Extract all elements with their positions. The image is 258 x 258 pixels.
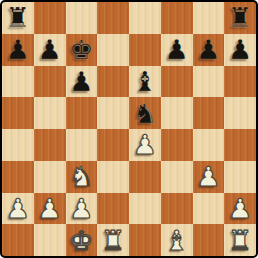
- square-g4[interactable]: [193, 129, 225, 161]
- square-g8[interactable]: [193, 2, 225, 34]
- square-g3[interactable]: ♟: [193, 161, 225, 193]
- square-g6[interactable]: [193, 66, 225, 98]
- piece-black-rook[interactable]: ♜: [228, 4, 252, 31]
- square-b8[interactable]: [34, 2, 66, 34]
- piece-white-knight[interactable]: ♞: [69, 163, 93, 190]
- square-f4[interactable]: [161, 129, 193, 161]
- square-c5[interactable]: [66, 97, 98, 129]
- square-f1[interactable]: ♝: [161, 224, 193, 256]
- square-b3[interactable]: [34, 161, 66, 193]
- square-a6[interactable]: [2, 66, 34, 98]
- square-b1[interactable]: [34, 224, 66, 256]
- square-a7[interactable]: ♟: [2, 34, 34, 66]
- piece-white-king[interactable]: ♚: [69, 227, 93, 254]
- square-e7[interactable]: [129, 34, 161, 66]
- square-e6[interactable]: ♝: [129, 66, 161, 98]
- square-c8[interactable]: [66, 2, 98, 34]
- square-h5[interactable]: [224, 97, 256, 129]
- square-h1[interactable]: ♜: [224, 224, 256, 256]
- square-f6[interactable]: [161, 66, 193, 98]
- piece-black-pawn[interactable]: ♟: [38, 36, 62, 63]
- piece-black-rook[interactable]: ♜: [6, 4, 30, 31]
- square-f2[interactable]: [161, 193, 193, 225]
- piece-black-pawn[interactable]: ♟: [196, 36, 220, 63]
- square-c6[interactable]: ♟: [66, 66, 98, 98]
- piece-black-king[interactable]: ♚: [69, 36, 93, 63]
- piece-black-pawn[interactable]: ♟: [165, 36, 189, 63]
- square-h6[interactable]: [224, 66, 256, 98]
- square-a3[interactable]: [2, 161, 34, 193]
- square-e4[interactable]: ♟: [129, 129, 161, 161]
- square-b2[interactable]: ♟: [34, 193, 66, 225]
- piece-black-pawn[interactable]: ♟: [69, 68, 93, 95]
- square-a8[interactable]: ♜: [2, 2, 34, 34]
- square-d7[interactable]: [97, 34, 129, 66]
- square-h7[interactable]: ♟: [224, 34, 256, 66]
- piece-white-pawn[interactable]: ♟: [228, 195, 252, 222]
- square-g7[interactable]: ♟: [193, 34, 225, 66]
- square-e8[interactable]: [129, 2, 161, 34]
- chess-board-frame: ♜♜♟♟♚♟♟♟♟♝♞♟♞♟♟♟♟♟♚♜♝♜: [0, 0, 258, 258]
- piece-white-rook[interactable]: ♜: [228, 227, 252, 254]
- piece-white-bishop[interactable]: ♝: [165, 227, 189, 254]
- square-e3[interactable]: [129, 161, 161, 193]
- piece-white-pawn[interactable]: ♟: [38, 195, 62, 222]
- square-f8[interactable]: [161, 2, 193, 34]
- square-e1[interactable]: [129, 224, 161, 256]
- square-c2[interactable]: ♟: [66, 193, 98, 225]
- piece-black-knight[interactable]: ♞: [133, 100, 157, 127]
- square-g2[interactable]: [193, 193, 225, 225]
- square-a4[interactable]: [2, 129, 34, 161]
- square-f3[interactable]: [161, 161, 193, 193]
- square-c1[interactable]: ♚: [66, 224, 98, 256]
- square-d2[interactable]: [97, 193, 129, 225]
- square-f7[interactable]: ♟: [161, 34, 193, 66]
- square-b6[interactable]: [34, 66, 66, 98]
- square-e2[interactable]: [129, 193, 161, 225]
- square-a2[interactable]: ♟: [2, 193, 34, 225]
- piece-white-pawn[interactable]: ♟: [133, 131, 157, 158]
- square-b5[interactable]: [34, 97, 66, 129]
- piece-white-rook[interactable]: ♜: [101, 227, 125, 254]
- square-g1[interactable]: [193, 224, 225, 256]
- piece-black-bishop[interactable]: ♝: [133, 68, 157, 95]
- square-d1[interactable]: ♜: [97, 224, 129, 256]
- square-a1[interactable]: [2, 224, 34, 256]
- square-d3[interactable]: [97, 161, 129, 193]
- piece-white-pawn[interactable]: ♟: [6, 195, 30, 222]
- square-a5[interactable]: [2, 97, 34, 129]
- square-b7[interactable]: ♟: [34, 34, 66, 66]
- piece-white-pawn[interactable]: ♟: [69, 195, 93, 222]
- square-d6[interactable]: [97, 66, 129, 98]
- piece-black-pawn[interactable]: ♟: [228, 36, 252, 63]
- square-d8[interactable]: [97, 2, 129, 34]
- square-c4[interactable]: [66, 129, 98, 161]
- piece-black-pawn[interactable]: ♟: [6, 36, 30, 63]
- square-h4[interactable]: [224, 129, 256, 161]
- square-h8[interactable]: ♜: [224, 2, 256, 34]
- square-d5[interactable]: [97, 97, 129, 129]
- square-c3[interactable]: ♞: [66, 161, 98, 193]
- square-e5[interactable]: ♞: [129, 97, 161, 129]
- chess-board: ♜♜♟♟♚♟♟♟♟♝♞♟♞♟♟♟♟♟♚♜♝♜: [2, 2, 256, 256]
- square-h3[interactable]: [224, 161, 256, 193]
- piece-white-pawn[interactable]: ♟: [196, 163, 220, 190]
- square-d4[interactable]: [97, 129, 129, 161]
- square-f5[interactable]: [161, 97, 193, 129]
- square-g5[interactable]: [193, 97, 225, 129]
- square-b4[interactable]: [34, 129, 66, 161]
- square-c7[interactable]: ♚: [66, 34, 98, 66]
- square-h2[interactable]: ♟: [224, 193, 256, 225]
